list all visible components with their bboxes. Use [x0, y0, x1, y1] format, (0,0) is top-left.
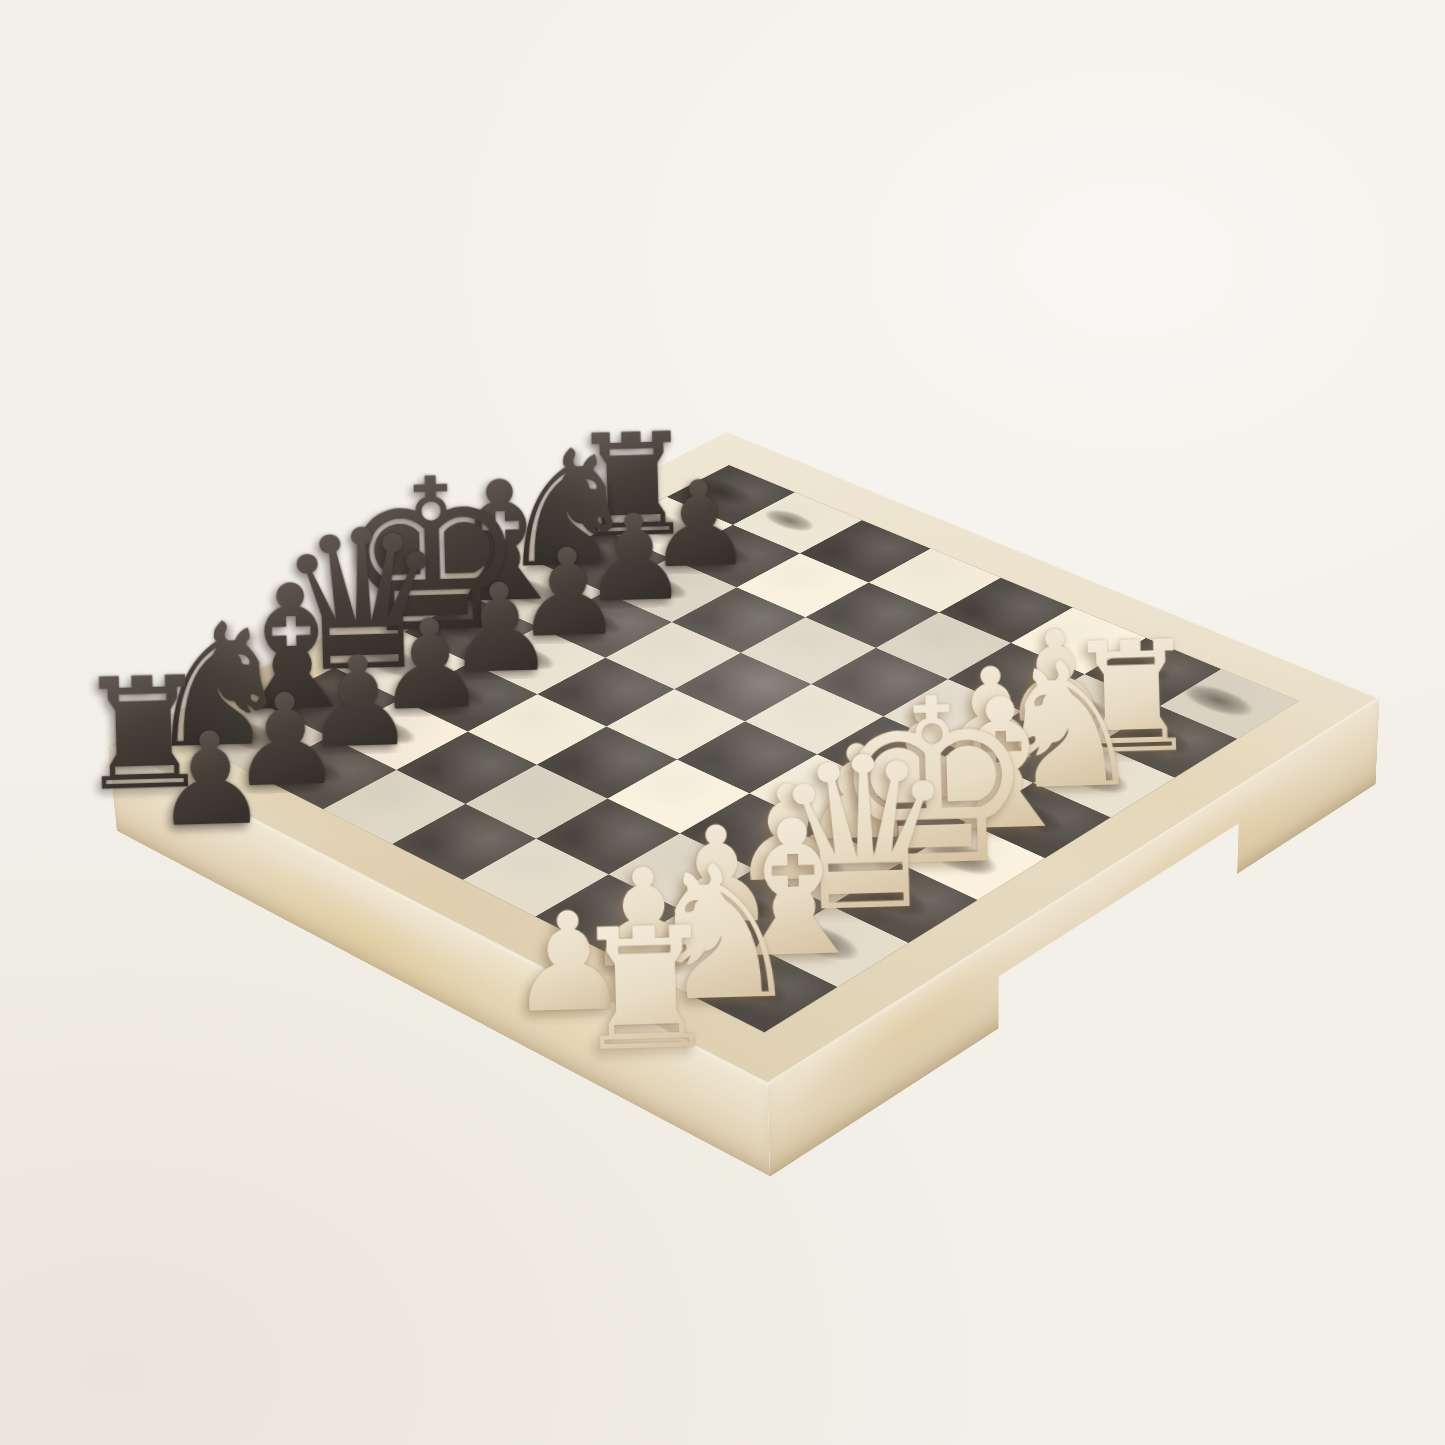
chess-board: ♜♞♝♛♚♝♞♜♟♟♟♟♟♟♟♟♟♟♟♟♟♟♟♟♜♞♝♛♚♝♞♜ — [108, 431, 1380, 1084]
board-frame: ♜♞♝♛♚♝♞♜♟♟♟♟♟♟♟♟♟♟♟♟♟♟♟♟♜♞♝♛♚♝♞♜ — [108, 431, 1380, 1084]
piece-figure: ♟ — [80, 551, 336, 837]
pawn-glyph: ♟ — [85, 716, 336, 845]
piece-figure: ♜ — [506, 755, 782, 1063]
rook-glyph: ♜ — [510, 906, 782, 1072]
photo-backdrop: ♜♞♝♛♚♝♞♜♟♟♟♟♟♟♟♟♟♟♟♟♟♟♟♟♜♞♝♛♚♝♞♜ — [0, 0, 1445, 1445]
scene: ♜♞♝♛♚♝♞♜♟♟♟♟♟♟♟♟♟♟♟♟♟♟♟♟♜♞♝♛♚♝♞♜ — [0, 0, 1445, 1445]
